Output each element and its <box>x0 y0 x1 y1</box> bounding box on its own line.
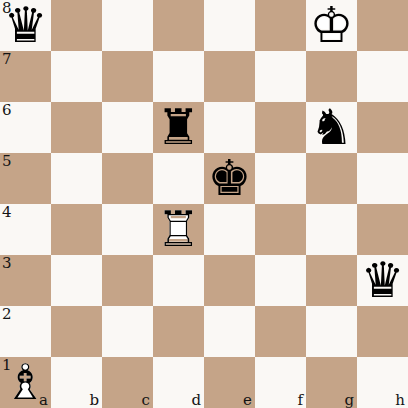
square-d7[interactable] <box>153 51 204 102</box>
square-a1[interactable]: 1a♝♗ <box>0 357 51 408</box>
square-g2[interactable] <box>306 306 357 357</box>
square-g4[interactable] <box>306 204 357 255</box>
rank-label-2: 2 <box>2 306 12 323</box>
square-e5[interactable]: ♚ <box>204 153 255 204</box>
square-b6[interactable] <box>51 102 102 153</box>
square-a3[interactable]: 3 <box>0 255 51 306</box>
square-f8[interactable] <box>255 0 306 51</box>
file-label-e: e <box>243 392 252 408</box>
square-b5[interactable] <box>51 153 102 204</box>
square-f6[interactable] <box>255 102 306 153</box>
rook-glyph: ♜ <box>153 102 204 153</box>
knight-glyph: ♞ <box>306 102 357 153</box>
square-h7[interactable] <box>357 51 408 102</box>
rank-label-6: 6 <box>2 102 12 119</box>
rank-label-3: 3 <box>2 255 12 272</box>
square-e6[interactable] <box>204 102 255 153</box>
square-f7[interactable] <box>255 51 306 102</box>
square-h1[interactable]: h <box>357 357 408 408</box>
square-a5[interactable]: 5 <box>0 153 51 204</box>
queen-glyph: ♛ <box>0 0 51 51</box>
black-queen[interactable]: ♛ <box>357 255 408 306</box>
square-b8[interactable] <box>51 0 102 51</box>
black-rook[interactable]: ♜ <box>153 102 204 153</box>
square-a2[interactable]: 2 <box>0 306 51 357</box>
square-d2[interactable] <box>153 306 204 357</box>
rank-label-7: 7 <box>2 51 12 68</box>
square-f1[interactable]: f <box>255 357 306 408</box>
square-b4[interactable] <box>51 204 102 255</box>
file-label-c: c <box>142 392 150 408</box>
square-g5[interactable] <box>306 153 357 204</box>
black-queen[interactable]: ♛ <box>0 0 51 51</box>
square-h6[interactable] <box>357 102 408 153</box>
file-label-f: f <box>297 392 303 408</box>
square-c4[interactable] <box>102 204 153 255</box>
square-g1[interactable]: g <box>306 357 357 408</box>
square-g8[interactable]: ♚♔ <box>306 0 357 51</box>
square-h3[interactable]: ♛ <box>357 255 408 306</box>
queen-glyph: ♛ <box>357 255 408 306</box>
square-f2[interactable] <box>255 306 306 357</box>
chess-board: 8♛♚♔76♜♞5♚4♜♖3♛21a♝♗bcdefgh <box>0 0 408 408</box>
square-f5[interactable] <box>255 153 306 204</box>
square-c5[interactable] <box>102 153 153 204</box>
square-f4[interactable] <box>255 204 306 255</box>
square-a4[interactable]: 4 <box>0 204 51 255</box>
square-d4[interactable]: ♜♖ <box>153 204 204 255</box>
file-label-h: h <box>395 392 405 408</box>
square-c8[interactable] <box>102 0 153 51</box>
square-c7[interactable] <box>102 51 153 102</box>
square-e2[interactable] <box>204 306 255 357</box>
black-king[interactable]: ♚ <box>204 153 255 204</box>
square-e7[interactable] <box>204 51 255 102</box>
square-b3[interactable] <box>51 255 102 306</box>
file-label-g: g <box>344 392 354 408</box>
square-b1[interactable]: b <box>51 357 102 408</box>
square-b7[interactable] <box>51 51 102 102</box>
white-bishop[interactable]: ♝♗ <box>0 357 51 408</box>
square-d5[interactable] <box>153 153 204 204</box>
square-c6[interactable] <box>102 102 153 153</box>
square-d6[interactable]: ♜ <box>153 102 204 153</box>
square-g7[interactable] <box>306 51 357 102</box>
square-h2[interactable] <box>357 306 408 357</box>
file-label-b: b <box>89 392 99 408</box>
square-g6[interactable]: ♞ <box>306 102 357 153</box>
square-h4[interactable] <box>357 204 408 255</box>
square-h5[interactable] <box>357 153 408 204</box>
square-a8[interactable]: 8♛ <box>0 0 51 51</box>
square-e3[interactable] <box>204 255 255 306</box>
square-e4[interactable] <box>204 204 255 255</box>
black-knight[interactable]: ♞ <box>306 102 357 153</box>
square-d1[interactable]: d <box>153 357 204 408</box>
rook-glyph-outline: ♖ <box>153 204 204 255</box>
square-c2[interactable] <box>102 306 153 357</box>
square-c3[interactable] <box>102 255 153 306</box>
file-label-d: d <box>191 392 201 408</box>
bishop-glyph-outline: ♗ <box>0 357 51 408</box>
square-d3[interactable] <box>153 255 204 306</box>
square-e1[interactable]: e <box>204 357 255 408</box>
square-g3[interactable] <box>306 255 357 306</box>
rank-label-5: 5 <box>2 153 12 170</box>
square-f3[interactable] <box>255 255 306 306</box>
king-glyph: ♚ <box>204 153 255 204</box>
square-d8[interactable] <box>153 0 204 51</box>
king-glyph-outline: ♔ <box>306 0 357 51</box>
square-c1[interactable]: c <box>102 357 153 408</box>
white-rook[interactable]: ♜♖ <box>153 204 204 255</box>
square-a6[interactable]: 6 <box>0 102 51 153</box>
square-b2[interactable] <box>51 306 102 357</box>
square-a7[interactable]: 7 <box>0 51 51 102</box>
white-king[interactable]: ♚♔ <box>306 0 357 51</box>
square-e8[interactable] <box>204 0 255 51</box>
square-h8[interactable] <box>357 0 408 51</box>
rank-label-4: 4 <box>2 204 12 221</box>
